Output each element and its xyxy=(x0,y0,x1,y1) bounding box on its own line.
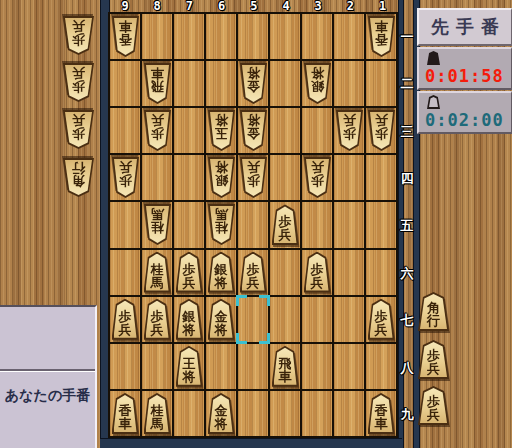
shogi-piece-歩兵[interactable]: 歩兵 xyxy=(240,157,267,198)
board-square-2c[interactable]: 歩兵 xyxy=(334,108,364,153)
board-square-4b[interactable] xyxy=(270,61,300,106)
board-square-6h[interactable] xyxy=(206,344,236,389)
board-square-4d[interactable] xyxy=(270,155,300,200)
shogi-piece-銀将[interactable]: 銀将 xyxy=(176,299,203,340)
board-square-9g[interactable]: 歩兵 xyxy=(110,297,140,342)
board-square-1g[interactable]: 歩兵 xyxy=(366,297,396,342)
board-square-3f[interactable]: 歩兵 xyxy=(302,250,332,295)
file-label-1: 1 xyxy=(367,0,399,13)
gote-koma-icon xyxy=(427,95,440,109)
status-panel-divider xyxy=(0,369,95,372)
shogi-piece-歩兵[interactable]: 歩兵 xyxy=(63,110,94,149)
shogi-piece-香車[interactable]: 香車 xyxy=(368,393,395,434)
board-square-5c[interactable]: 金将 xyxy=(238,108,268,153)
file-label-8: 8 xyxy=(141,0,173,13)
board-square-6d[interactable]: 銀将 xyxy=(206,155,236,200)
board-square-1d[interactable] xyxy=(366,155,396,200)
board-square-7c[interactable] xyxy=(174,108,204,153)
board-square-1e[interactable] xyxy=(366,202,396,247)
board-square-4f[interactable] xyxy=(270,250,300,295)
board-square-7i[interactable] xyxy=(174,391,204,436)
selection-cursor xyxy=(236,295,247,306)
gote-clock-panel: 0:02:00 xyxy=(417,91,512,134)
rank-label-7: 七 xyxy=(400,312,414,330)
shogi-piece-歩兵[interactable]: 歩兵 xyxy=(63,63,94,102)
selection-cursor xyxy=(259,333,270,344)
board-square-7h[interactable]: 王将 xyxy=(174,344,204,389)
sente-clock-panel: 0:01:58 xyxy=(417,47,512,90)
board-square-2a[interactable] xyxy=(334,14,364,59)
board-square-2e[interactable] xyxy=(334,202,364,247)
board-square-5f[interactable]: 歩兵 xyxy=(238,250,268,295)
shogi-piece-香車[interactable]: 香車 xyxy=(112,393,139,434)
board-square-5g[interactable] xyxy=(238,297,268,342)
rank-label-1: 一 xyxy=(400,28,414,46)
rank-label-5: 五 xyxy=(400,217,414,235)
board-square-1h[interactable] xyxy=(366,344,396,389)
board-square-3d[interactable]: 歩兵 xyxy=(302,155,332,200)
shogi-piece-金将[interactable]: 金将 xyxy=(208,299,235,340)
shogi-piece-王将[interactable]: 王将 xyxy=(176,346,203,387)
shogi-piece-飛車[interactable]: 飛車 xyxy=(272,346,299,387)
shogi-piece-歩兵[interactable]: 歩兵 xyxy=(418,386,449,425)
board-square-5i[interactable] xyxy=(238,391,268,436)
shogi-piece-歩兵[interactable]: 歩兵 xyxy=(368,299,395,340)
shogi-piece-歩兵[interactable]: 歩兵 xyxy=(144,299,171,340)
board-square-3a[interactable] xyxy=(302,14,332,59)
board-square-9e[interactable] xyxy=(110,202,140,247)
shogi-piece-歩兵[interactable]: 歩兵 xyxy=(336,110,363,151)
shogi-piece-歩兵[interactable]: 歩兵 xyxy=(176,252,203,293)
board-square-5a[interactable] xyxy=(238,14,268,59)
board-square-7a[interactable] xyxy=(174,14,204,59)
board-square-7g[interactable]: 銀将 xyxy=(174,297,204,342)
shogi-piece-歩兵[interactable]: 歩兵 xyxy=(240,252,267,293)
shogi-piece-桂馬[interactable]: 桂馬 xyxy=(144,204,171,245)
selection-cursor xyxy=(259,295,270,306)
board-square-5b[interactable]: 金将 xyxy=(238,61,268,106)
rank-label-8: 八 xyxy=(400,359,414,377)
shogi-piece-銀将[interactable]: 銀将 xyxy=(208,157,235,198)
shogi-piece-歩兵[interactable]: 歩兵 xyxy=(144,110,171,151)
rank-label-2: 二 xyxy=(400,75,414,93)
board-square-7f[interactable]: 歩兵 xyxy=(174,250,204,295)
board-square-3c[interactable] xyxy=(302,108,332,153)
board-square-2b[interactable] xyxy=(334,61,364,106)
shogi-piece-桂馬[interactable]: 桂馬 xyxy=(208,204,235,245)
rank-label-9: 九 xyxy=(400,406,414,424)
rank-label-4: 四 xyxy=(400,170,414,188)
file-label-9: 9 xyxy=(109,0,141,13)
shogi-piece-桂馬[interactable]: 桂馬 xyxy=(144,393,171,434)
board-square-2h[interactable] xyxy=(334,344,364,389)
shogi-piece-歩兵[interactable]: 歩兵 xyxy=(304,157,331,198)
board-square-5d[interactable]: 歩兵 xyxy=(238,155,268,200)
status-panel: あなたの手番 xyxy=(0,305,97,448)
your-turn-label: あなたの手番 xyxy=(0,387,95,405)
file-label-3: 3 xyxy=(302,0,334,13)
shogi-piece-歩兵[interactable]: 歩兵 xyxy=(112,157,139,198)
board-square-3i[interactable] xyxy=(302,391,332,436)
file-label-4: 4 xyxy=(270,0,302,13)
turn-header-panel: 先手番 xyxy=(417,8,512,46)
board-square-6f[interactable]: 銀将 xyxy=(206,250,236,295)
board-square-5h[interactable] xyxy=(238,344,268,389)
board-square-9a[interactable]: 香車 xyxy=(110,14,140,59)
board-square-9c[interactable] xyxy=(110,108,140,153)
rank-label-3: 三 xyxy=(400,123,414,141)
board-square-8i[interactable]: 桂馬 xyxy=(142,391,172,436)
shogi-piece-歩兵[interactable]: 歩兵 xyxy=(304,252,331,293)
board-square-7e[interactable] xyxy=(174,202,204,247)
board-square-4c[interactable] xyxy=(270,108,300,153)
board-square-9b[interactable] xyxy=(110,61,140,106)
board-square-4a[interactable] xyxy=(270,14,300,59)
board-square-8b[interactable]: 飛車 xyxy=(142,61,172,106)
board-square-8c[interactable]: 歩兵 xyxy=(142,108,172,153)
shogi-piece-銀将[interactable]: 銀将 xyxy=(208,252,235,293)
board-square-8f[interactable]: 桂馬 xyxy=(142,250,172,295)
board-square-6i[interactable]: 金将 xyxy=(206,391,236,436)
shogi-piece-香車[interactable]: 香車 xyxy=(112,16,139,57)
board-square-9i[interactable]: 香車 xyxy=(110,391,140,436)
board-square-4g[interactable] xyxy=(270,297,300,342)
shogi-piece-玉将[interactable]: 玉将 xyxy=(208,110,235,151)
board-square-8g[interactable]: 歩兵 xyxy=(142,297,172,342)
board-square-1c[interactable]: 歩兵 xyxy=(366,108,396,153)
board-square-2i[interactable] xyxy=(334,391,364,436)
shogi-piece-金将[interactable]: 金将 xyxy=(208,393,235,434)
board-square-3b[interactable]: 銀将 xyxy=(302,61,332,106)
shogi-piece-角行[interactable]: 角行 xyxy=(418,292,449,331)
board-square-8d[interactable] xyxy=(142,155,172,200)
selection-cursor xyxy=(236,333,247,344)
board-square-6e[interactable]: 桂馬 xyxy=(206,202,236,247)
file-label-5: 5 xyxy=(238,0,270,13)
board-square-6a[interactable] xyxy=(206,14,236,59)
board-square-1f[interactable] xyxy=(366,250,396,295)
board-square-2g[interactable] xyxy=(334,297,364,342)
board-square-2d[interactable] xyxy=(334,155,364,200)
board-square-9f[interactable] xyxy=(110,250,140,295)
shogi-piece-桂馬[interactable]: 桂馬 xyxy=(144,252,171,293)
board-square-3h[interactable] xyxy=(302,344,332,389)
shogi-piece-歩兵[interactable]: 歩兵 xyxy=(112,299,139,340)
board-square-4e[interactable]: 歩兵 xyxy=(270,202,300,247)
board-square-7b[interactable] xyxy=(174,61,204,106)
shogi-board: 香車香車飛車金将銀将歩兵玉将金将歩兵歩兵歩兵銀将歩兵歩兵桂馬桂馬歩兵桂馬歩兵銀将… xyxy=(108,12,398,438)
board-square-1a[interactable]: 香車 xyxy=(366,14,396,59)
turn-header-label: 先手番 xyxy=(431,15,506,39)
board-square-4i[interactable] xyxy=(270,391,300,436)
shogi-game-screen: 香車香車飛車金将銀将歩兵玉将金将歩兵歩兵歩兵銀将歩兵歩兵桂馬桂馬歩兵桂馬歩兵銀将… xyxy=(0,0,512,448)
sente-koma-icon xyxy=(427,51,440,65)
shogi-piece-銀将[interactable]: 銀将 xyxy=(304,63,331,104)
board-square-8e[interactable]: 桂馬 xyxy=(142,202,172,247)
shogi-piece-飛車[interactable]: 飛車 xyxy=(144,63,171,104)
board-square-6b[interactable] xyxy=(206,61,236,106)
file-label-7: 7 xyxy=(173,0,205,13)
board-square-2f[interactable] xyxy=(334,250,364,295)
file-label-2: 2 xyxy=(334,0,366,13)
board-square-1i[interactable]: 香車 xyxy=(366,391,396,436)
shogi-piece-金将[interactable]: 金将 xyxy=(240,63,267,104)
board-square-7d[interactable] xyxy=(174,155,204,200)
shogi-piece-角行[interactable]: 角行 xyxy=(63,158,94,197)
shogi-piece-歩兵[interactable]: 歩兵 xyxy=(368,110,395,151)
rank-label-6: 六 xyxy=(400,265,414,283)
board-bottom-edge xyxy=(100,438,402,448)
board-square-3e[interactable] xyxy=(302,202,332,247)
board-square-4h[interactable]: 飛車 xyxy=(270,344,300,389)
board-square-9h[interactable] xyxy=(110,344,140,389)
board-square-1b[interactable] xyxy=(366,61,396,106)
board-square-8h[interactable] xyxy=(142,344,172,389)
board-square-6g[interactable]: 金将 xyxy=(206,297,236,342)
board-square-5e[interactable] xyxy=(238,202,268,247)
shogi-piece-香車[interactable]: 香車 xyxy=(368,16,395,57)
shogi-piece-歩兵[interactable]: 歩兵 xyxy=(272,204,299,245)
shogi-piece-金将[interactable]: 金将 xyxy=(240,110,267,151)
board-square-3g[interactable] xyxy=(302,297,332,342)
sente-clock-time: 0:01:58 xyxy=(425,66,507,86)
file-label-6: 6 xyxy=(206,0,238,13)
board-square-9d[interactable]: 歩兵 xyxy=(110,155,140,200)
shogi-piece-歩兵[interactable]: 歩兵 xyxy=(63,16,94,55)
shogi-piece-歩兵[interactable]: 歩兵 xyxy=(418,340,449,379)
board-square-6c[interactable]: 玉将 xyxy=(206,108,236,153)
gote-clock-time: 0:02:00 xyxy=(425,110,507,130)
board-square-8a[interactable] xyxy=(142,14,172,59)
